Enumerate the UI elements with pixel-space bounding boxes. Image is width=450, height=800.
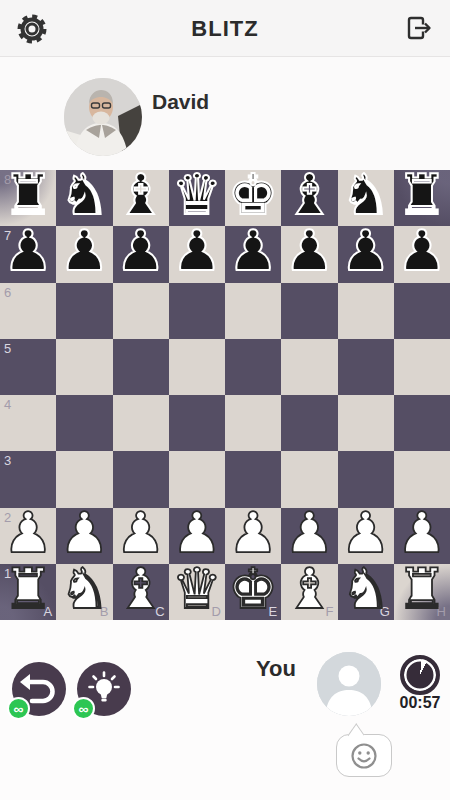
square-a1[interactable]: 1A♜ — [0, 564, 56, 620]
rank-label-3: 3 — [4, 454, 11, 467]
exit-game-button[interactable] — [402, 12, 436, 46]
white-bishop[interactable]: ♝ — [116, 561, 166, 617]
black-pawn[interactable]: ♟ — [3, 223, 53, 279]
white-pawn[interactable]: ♟ — [228, 505, 278, 561]
square-a7[interactable]: 7♟ — [0, 226, 56, 282]
black-bishop[interactable]: ♝ — [284, 167, 334, 223]
square-g1[interactable]: G♞ — [338, 564, 394, 620]
black-pawn[interactable]: ♟ — [172, 223, 222, 279]
logout-icon — [402, 12, 436, 46]
black-king[interactable]: ♚ — [228, 167, 278, 223]
app-screen: BLITZ David 8♜♞♝♛♚♝♞♜7♟♟♟♟♟♟♟♟65432♟♟♟♟♟… — [0, 0, 450, 800]
white-pawn[interactable]: ♟ — [284, 505, 334, 561]
square-c5[interactable] — [113, 339, 169, 395]
player-label: You — [256, 656, 296, 682]
square-a5[interactable]: 5 — [0, 339, 56, 395]
square-d1[interactable]: D♛ — [169, 564, 225, 620]
black-knight[interactable]: ♞ — [59, 167, 109, 223]
square-e6[interactable] — [225, 283, 281, 339]
timer-icon — [400, 655, 440, 695]
white-king[interactable]: ♚ — [228, 561, 278, 617]
square-b7[interactable]: ♟ — [56, 226, 112, 282]
square-g4[interactable] — [338, 395, 394, 451]
square-e1[interactable]: E♚ — [225, 564, 281, 620]
white-pawn[interactable]: ♟ — [3, 505, 53, 561]
rank-label-6: 6 — [4, 286, 11, 299]
black-knight[interactable]: ♞ — [341, 167, 391, 223]
square-e5[interactable] — [225, 339, 281, 395]
square-c1[interactable]: C♝ — [113, 564, 169, 620]
square-b6[interactable] — [56, 283, 112, 339]
square-a6[interactable]: 6 — [0, 283, 56, 339]
square-f6[interactable] — [281, 283, 337, 339]
square-d4[interactable] — [169, 395, 225, 451]
black-rook[interactable]: ♜ — [397, 167, 447, 223]
white-pawn[interactable]: ♟ — [116, 505, 166, 561]
rank-label-5: 5 — [4, 342, 11, 355]
hint-unlimited-badge: ∞ — [72, 697, 95, 720]
square-e4[interactable] — [225, 395, 281, 451]
square-h7[interactable]: ♟ — [394, 226, 450, 282]
square-c7[interactable]: ♟ — [113, 226, 169, 282]
opponent-name: David — [152, 90, 209, 114]
square-f1[interactable]: F♝ — [281, 564, 337, 620]
square-a4[interactable]: 4 — [0, 395, 56, 451]
black-rook[interactable]: ♜ — [3, 167, 53, 223]
white-rook[interactable]: ♜ — [397, 561, 447, 617]
emoji-chat-button[interactable] — [336, 734, 392, 777]
white-knight[interactable]: ♞ — [59, 561, 109, 617]
square-d7[interactable]: ♟ — [169, 226, 225, 282]
opponent-photo — [64, 78, 142, 156]
white-pawn[interactable]: ♟ — [397, 505, 447, 561]
square-b5[interactable] — [56, 339, 112, 395]
person-silhouette-icon — [317, 652, 381, 716]
square-b4[interactable] — [56, 395, 112, 451]
white-pawn[interactable]: ♟ — [341, 505, 391, 561]
black-pawn[interactable]: ♟ — [116, 223, 166, 279]
black-queen[interactable]: ♛ — [172, 167, 222, 223]
square-h6[interactable] — [394, 283, 450, 339]
square-f5[interactable] — [281, 339, 337, 395]
black-pawn[interactable]: ♟ — [228, 223, 278, 279]
player-panel: ∞ ∞ You 00:57 — [0, 620, 450, 800]
white-queen[interactable]: ♛ — [172, 561, 222, 617]
player-avatar[interactable] — [317, 652, 381, 716]
square-h1[interactable]: H♜ — [394, 564, 450, 620]
hint-button[interactable]: ∞ — [77, 662, 131, 716]
black-pawn[interactable]: ♟ — [341, 223, 391, 279]
black-pawn[interactable]: ♟ — [397, 223, 447, 279]
square-g6[interactable] — [338, 283, 394, 339]
white-rook[interactable]: ♜ — [3, 561, 53, 617]
white-pawn[interactable]: ♟ — [59, 505, 109, 561]
black-bishop[interactable]: ♝ — [116, 167, 166, 223]
square-c4[interactable] — [113, 395, 169, 451]
square-f4[interactable] — [281, 395, 337, 451]
square-e7[interactable]: ♟ — [225, 226, 281, 282]
undo-move-button[interactable]: ∞ — [12, 662, 66, 716]
opponent-avatar — [64, 78, 142, 156]
white-pawn[interactable]: ♟ — [172, 505, 222, 561]
rank-label-4: 4 — [4, 398, 11, 411]
player-clock: 00:57 — [394, 694, 446, 712]
page-title: BLITZ — [0, 0, 450, 57]
square-d6[interactable] — [169, 283, 225, 339]
black-pawn[interactable]: ♟ — [59, 223, 109, 279]
smiley-icon — [349, 741, 379, 771]
undo-unlimited-badge: ∞ — [7, 697, 30, 720]
chess-board: 8♜♞♝♛♚♝♞♜7♟♟♟♟♟♟♟♟65432♟♟♟♟♟♟♟♟1A♜B♞C♝D♛… — [0, 170, 450, 620]
white-knight[interactable]: ♞ — [341, 561, 391, 617]
app-bar: BLITZ — [0, 0, 450, 57]
square-f7[interactable]: ♟ — [281, 226, 337, 282]
square-h5[interactable] — [394, 339, 450, 395]
square-d5[interactable] — [169, 339, 225, 395]
square-b1[interactable]: B♞ — [56, 564, 112, 620]
square-g7[interactable]: ♟ — [338, 226, 394, 282]
black-pawn[interactable]: ♟ — [284, 223, 334, 279]
square-c6[interactable] — [113, 283, 169, 339]
white-bishop[interactable]: ♝ — [284, 561, 334, 617]
square-g5[interactable] — [338, 339, 394, 395]
square-h4[interactable] — [394, 395, 450, 451]
